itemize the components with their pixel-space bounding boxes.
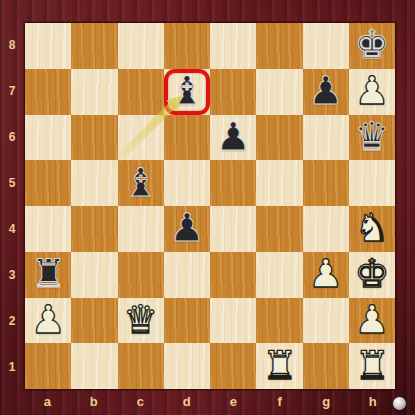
square-c1[interactable] [118, 343, 164, 389]
file-label-f: f [257, 389, 304, 413]
square-e7[interactable] [210, 69, 256, 115]
square-e1[interactable] [210, 343, 256, 389]
square-c2[interactable]: ♛ [118, 298, 164, 344]
piece-white-king-h3[interactable]: ♚ [354, 254, 389, 293]
square-c6[interactable] [118, 115, 164, 161]
square-h3[interactable]: ♚ [349, 252, 395, 298]
piece-black-king-h8[interactable]: ♚ [354, 25, 389, 64]
file-label-b: b [71, 389, 118, 413]
rank-label-5: 5 [0, 160, 24, 206]
square-b8[interactable] [71, 23, 117, 69]
corner-dot-indicator [393, 397, 406, 410]
square-d8[interactable] [164, 23, 210, 69]
square-a1[interactable] [25, 343, 71, 389]
square-b2[interactable] [71, 298, 117, 344]
square-e6[interactable]: ♟ [210, 115, 256, 161]
square-e2[interactable] [210, 298, 256, 344]
chess-app: ♚♝♟♟♟♛♝♟♞♜♟♚♟♛♟♜♜ 87654321 abcdefgh [0, 0, 415, 415]
square-a3[interactable]: ♜ [25, 252, 71, 298]
piece-white-queen-c2[interactable]: ♛ [123, 300, 158, 339]
square-e5[interactable] [210, 160, 256, 206]
square-f4[interactable] [256, 206, 302, 252]
square-f7[interactable] [256, 69, 302, 115]
file-label-a: a [24, 389, 71, 413]
square-b3[interactable] [71, 252, 117, 298]
square-f1[interactable]: ♜ [256, 343, 302, 389]
piece-white-pawn-g3[interactable]: ♟ [308, 254, 343, 293]
rank-label-4: 4 [0, 206, 24, 252]
square-a8[interactable] [25, 23, 71, 69]
piece-black-bishop-d7[interactable]: ♝ [169, 71, 204, 110]
file-label-g: g [303, 389, 350, 413]
piece-black-pawn-g7[interactable]: ♟ [308, 71, 343, 110]
square-b5[interactable] [71, 160, 117, 206]
square-e8[interactable] [210, 23, 256, 69]
square-a6[interactable] [25, 115, 71, 161]
square-d6[interactable] [164, 115, 210, 161]
file-label-d: d [164, 389, 211, 413]
square-f6[interactable] [256, 115, 302, 161]
square-h1[interactable]: ♜ [349, 343, 395, 389]
square-h5[interactable] [349, 160, 395, 206]
piece-white-pawn-h2[interactable]: ♟ [354, 300, 389, 339]
piece-white-knight-h4[interactable]: ♞ [354, 208, 389, 247]
square-h4[interactable]: ♞ [349, 206, 395, 252]
square-g7[interactable]: ♟ [303, 69, 349, 115]
square-c4[interactable] [118, 206, 164, 252]
piece-black-bishop-c5[interactable]: ♝ [123, 163, 158, 202]
square-c7[interactable] [118, 69, 164, 115]
rank-label-6: 6 [0, 114, 24, 160]
piece-white-pawn-a2[interactable]: ♟ [31, 300, 66, 339]
rank-label-1: 1 [0, 344, 24, 390]
piece-black-queen-h6[interactable]: ♛ [354, 117, 389, 156]
square-c8[interactable] [118, 23, 164, 69]
file-label-e: e [210, 389, 257, 413]
square-h2[interactable]: ♟ [349, 298, 395, 344]
square-d1[interactable] [164, 343, 210, 389]
square-g6[interactable] [303, 115, 349, 161]
square-f3[interactable] [256, 252, 302, 298]
square-b6[interactable] [71, 115, 117, 161]
file-label-h: h [350, 389, 397, 413]
square-b4[interactable] [71, 206, 117, 252]
square-f8[interactable] [256, 23, 302, 69]
piece-black-pawn-e6[interactable]: ♟ [216, 117, 251, 156]
piece-white-rook-f1[interactable]: ♜ [262, 346, 297, 385]
rank-label-8: 8 [0, 22, 24, 68]
square-e3[interactable] [210, 252, 256, 298]
piece-white-rook-h1[interactable]: ♜ [354, 346, 389, 385]
rank-labels: 87654321 [0, 22, 24, 390]
square-h7[interactable]: ♟ [349, 69, 395, 115]
square-g5[interactable] [303, 160, 349, 206]
square-g1[interactable] [303, 343, 349, 389]
square-f2[interactable] [256, 298, 302, 344]
square-a7[interactable] [25, 69, 71, 115]
square-c3[interactable] [118, 252, 164, 298]
square-h6[interactable]: ♛ [349, 115, 395, 161]
square-a2[interactable]: ♟ [25, 298, 71, 344]
square-a4[interactable] [25, 206, 71, 252]
piece-white-pawn-h7[interactable]: ♟ [354, 71, 389, 110]
square-d5[interactable] [164, 160, 210, 206]
square-d3[interactable] [164, 252, 210, 298]
square-g2[interactable] [303, 298, 349, 344]
square-b7[interactable] [71, 69, 117, 115]
file-label-c: c [117, 389, 164, 413]
piece-black-pawn-d4[interactable]: ♟ [169, 208, 204, 247]
square-f5[interactable] [256, 160, 302, 206]
square-d7[interactable]: ♝ [164, 69, 210, 115]
chess-board: ♚♝♟♟♟♛♝♟♞♜♟♚♟♛♟♜♜ [24, 22, 396, 390]
square-g4[interactable] [303, 206, 349, 252]
square-h8[interactable]: ♚ [349, 23, 395, 69]
square-d4[interactable]: ♟ [164, 206, 210, 252]
rank-label-2: 2 [0, 298, 24, 344]
square-b1[interactable] [71, 343, 117, 389]
piece-black-rook-a3[interactable]: ♜ [31, 254, 66, 293]
rank-label-3: 3 [0, 252, 24, 298]
square-a5[interactable] [25, 160, 71, 206]
file-labels: abcdefgh [24, 389, 396, 413]
square-e4[interactable] [210, 206, 256, 252]
square-g8[interactable] [303, 23, 349, 69]
square-g3[interactable]: ♟ [303, 252, 349, 298]
square-c5[interactable]: ♝ [118, 160, 164, 206]
square-d2[interactable] [164, 298, 210, 344]
rank-label-7: 7 [0, 68, 24, 114]
